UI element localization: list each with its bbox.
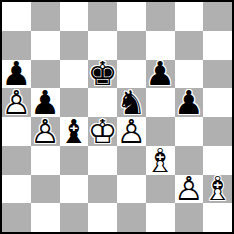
square-c4[interactable]: ♝ bbox=[60, 117, 89, 146]
black-piece-fill: ♟ bbox=[2, 60, 31, 89]
square-e7[interactable] bbox=[117, 31, 146, 60]
square-g1[interactable] bbox=[175, 203, 204, 232]
square-f8[interactable] bbox=[146, 2, 175, 31]
square-e1[interactable] bbox=[117, 203, 146, 232]
square-g6[interactable] bbox=[175, 60, 204, 89]
square-d7[interactable] bbox=[88, 31, 117, 60]
square-h6[interactable] bbox=[203, 60, 232, 89]
square-e5[interactable]: ♞ bbox=[117, 88, 146, 117]
square-g4[interactable] bbox=[175, 117, 204, 146]
square-g2[interactable]: ♟♙ bbox=[175, 175, 204, 204]
square-f6[interactable]: ♟ bbox=[146, 60, 175, 89]
square-h8[interactable] bbox=[203, 2, 232, 31]
square-f2[interactable] bbox=[146, 175, 175, 204]
piece-black-bishop[interactable]: ♝ bbox=[60, 117, 89, 146]
square-d8[interactable] bbox=[88, 2, 117, 31]
square-a3[interactable] bbox=[2, 146, 31, 175]
white-piece-outline: ♙ bbox=[117, 117, 146, 146]
square-a7[interactable] bbox=[2, 31, 31, 60]
square-a6[interactable]: ♟ bbox=[2, 60, 31, 89]
piece-white-pawn[interactable]: ♟♙ bbox=[175, 175, 204, 204]
square-c7[interactable] bbox=[60, 31, 89, 60]
white-piece-fill: ♝ bbox=[146, 146, 175, 175]
square-h7[interactable] bbox=[203, 31, 232, 60]
white-piece-outline: ♗ bbox=[203, 175, 232, 204]
piece-white-pawn[interactable]: ♟♙ bbox=[117, 117, 146, 146]
white-piece-outline: ♙ bbox=[2, 88, 31, 117]
square-d3[interactable] bbox=[88, 146, 117, 175]
square-h5[interactable] bbox=[203, 88, 232, 117]
piece-black-pawn[interactable]: ♟ bbox=[2, 60, 31, 89]
square-e3[interactable] bbox=[117, 146, 146, 175]
piece-black-king[interactable]: ♚ bbox=[88, 60, 117, 89]
square-b1[interactable] bbox=[31, 203, 60, 232]
square-c2[interactable] bbox=[60, 175, 89, 204]
piece-black-pawn[interactable]: ♟ bbox=[31, 88, 60, 117]
square-b5[interactable]: ♟ bbox=[31, 88, 60, 117]
square-e4[interactable]: ♟♙ bbox=[117, 117, 146, 146]
square-e6[interactable] bbox=[117, 60, 146, 89]
square-a2[interactable] bbox=[2, 175, 31, 204]
square-b7[interactable] bbox=[31, 31, 60, 60]
square-b2[interactable] bbox=[31, 175, 60, 204]
piece-black-knight[interactable]: ♞ bbox=[117, 88, 146, 117]
square-c5[interactable] bbox=[60, 88, 89, 117]
square-g8[interactable] bbox=[175, 2, 204, 31]
square-d1[interactable] bbox=[88, 203, 117, 232]
square-c1[interactable] bbox=[60, 203, 89, 232]
square-g3[interactable] bbox=[175, 146, 204, 175]
square-h4[interactable] bbox=[203, 117, 232, 146]
piece-white-king[interactable]: ♚♔ bbox=[88, 117, 117, 146]
square-a4[interactable] bbox=[2, 117, 31, 146]
white-piece-fill: ♟ bbox=[31, 117, 60, 146]
square-f5[interactable] bbox=[146, 88, 175, 117]
black-piece-fill: ♞ bbox=[117, 88, 146, 117]
white-piece-outline: ♔ bbox=[88, 117, 117, 146]
piece-white-pawn[interactable]: ♟♙ bbox=[2, 88, 31, 117]
black-piece-fill: ♟ bbox=[31, 88, 60, 117]
piece-white-bishop[interactable]: ♝♗ bbox=[203, 175, 232, 204]
square-c8[interactable] bbox=[60, 2, 89, 31]
white-piece-outline: ♙ bbox=[31, 117, 60, 146]
square-b8[interactable] bbox=[31, 2, 60, 31]
square-d6[interactable]: ♚ bbox=[88, 60, 117, 89]
square-b3[interactable] bbox=[31, 146, 60, 175]
white-piece-outline: ♙ bbox=[175, 175, 204, 204]
black-piece-fill: ♚ bbox=[88, 60, 117, 89]
white-piece-outline: ♗ bbox=[146, 146, 175, 175]
square-b4[interactable]: ♟♙ bbox=[31, 117, 60, 146]
square-g5[interactable]: ♟ bbox=[175, 88, 204, 117]
white-piece-fill: ♟ bbox=[2, 88, 31, 117]
square-a1[interactable] bbox=[2, 203, 31, 232]
square-c6[interactable] bbox=[60, 60, 89, 89]
square-f7[interactable] bbox=[146, 31, 175, 60]
piece-white-bishop[interactable]: ♝♗ bbox=[146, 146, 175, 175]
black-piece-fill: ♝ bbox=[60, 117, 89, 146]
piece-white-pawn[interactable]: ♟♙ bbox=[31, 117, 60, 146]
square-e8[interactable] bbox=[117, 2, 146, 31]
square-h1[interactable] bbox=[203, 203, 232, 232]
white-piece-fill: ♟ bbox=[117, 117, 146, 146]
square-c3[interactable] bbox=[60, 146, 89, 175]
chess-diagram: ♟♚♟♟♙♟♞♟♟♙♝♚♔♟♙♝♗♟♙♝♗ bbox=[0, 0, 234, 234]
square-e2[interactable] bbox=[117, 175, 146, 204]
square-d2[interactable] bbox=[88, 175, 117, 204]
square-f3[interactable]: ♝♗ bbox=[146, 146, 175, 175]
square-g7[interactable] bbox=[175, 31, 204, 60]
piece-black-pawn[interactable]: ♟ bbox=[175, 88, 204, 117]
square-d4[interactable]: ♚♔ bbox=[88, 117, 117, 146]
square-a8[interactable] bbox=[2, 2, 31, 31]
square-f4[interactable] bbox=[146, 117, 175, 146]
white-piece-fill: ♟ bbox=[175, 175, 204, 204]
square-d5[interactable] bbox=[88, 88, 117, 117]
black-piece-fill: ♟ bbox=[146, 60, 175, 89]
chess-board: ♟♚♟♟♙♟♞♟♟♙♝♚♔♟♙♝♗♟♙♝♗ bbox=[2, 2, 232, 232]
white-piece-fill: ♝ bbox=[203, 175, 232, 204]
black-piece-fill: ♟ bbox=[175, 88, 204, 117]
piece-black-pawn[interactable]: ♟ bbox=[146, 60, 175, 89]
square-a5[interactable]: ♟♙ bbox=[2, 88, 31, 117]
square-f1[interactable] bbox=[146, 203, 175, 232]
white-piece-fill: ♚ bbox=[88, 117, 117, 146]
square-h2[interactable]: ♝♗ bbox=[203, 175, 232, 204]
square-b6[interactable] bbox=[31, 60, 60, 89]
square-h3[interactable] bbox=[203, 146, 232, 175]
